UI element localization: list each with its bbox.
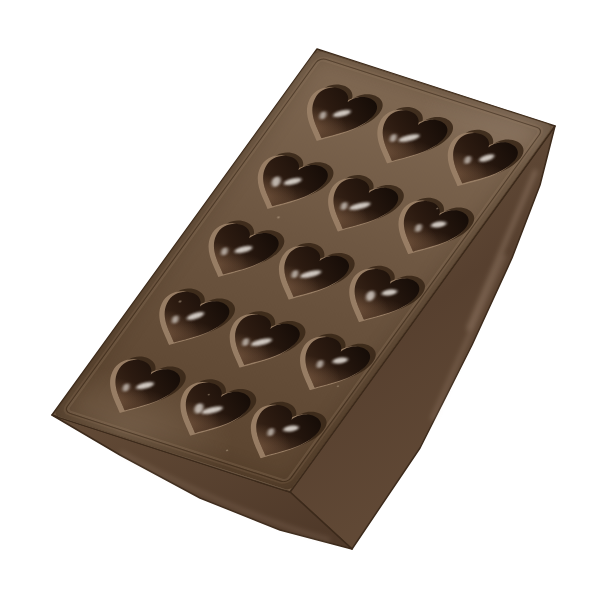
specular-highlight <box>267 428 275 436</box>
specular-highlight <box>220 247 228 255</box>
specular-highlight <box>283 425 299 433</box>
specular-highlight <box>389 134 397 142</box>
specular-highlight <box>414 224 422 232</box>
specular-highlight <box>381 289 397 297</box>
specular-highlight <box>300 269 322 280</box>
specular-highlight <box>250 337 272 348</box>
specular-highlight <box>464 156 472 164</box>
specular-highlight <box>291 270 299 278</box>
specular-highlight <box>242 338 250 346</box>
specular-highlight <box>186 310 205 321</box>
specular-highlight <box>122 384 130 392</box>
specular-highlight <box>349 201 371 212</box>
specular-highlight <box>332 357 348 365</box>
specular-highlight <box>340 202 348 210</box>
product-photo <box>0 0 600 600</box>
specular-highlight <box>319 111 327 119</box>
specular-highlight <box>283 177 302 187</box>
specular-highlight <box>398 133 420 144</box>
specular-highlight <box>478 153 495 164</box>
specular-highlight <box>171 315 179 323</box>
specular-highlight <box>201 405 223 416</box>
specular-highlight <box>333 108 352 118</box>
specular-highlight <box>316 360 324 368</box>
specular-highlight <box>234 245 253 255</box>
specular-highlight <box>431 220 447 228</box>
specular-highlight <box>365 291 376 302</box>
specular-highlight <box>271 176 282 187</box>
specular-highlight <box>136 381 155 391</box>
